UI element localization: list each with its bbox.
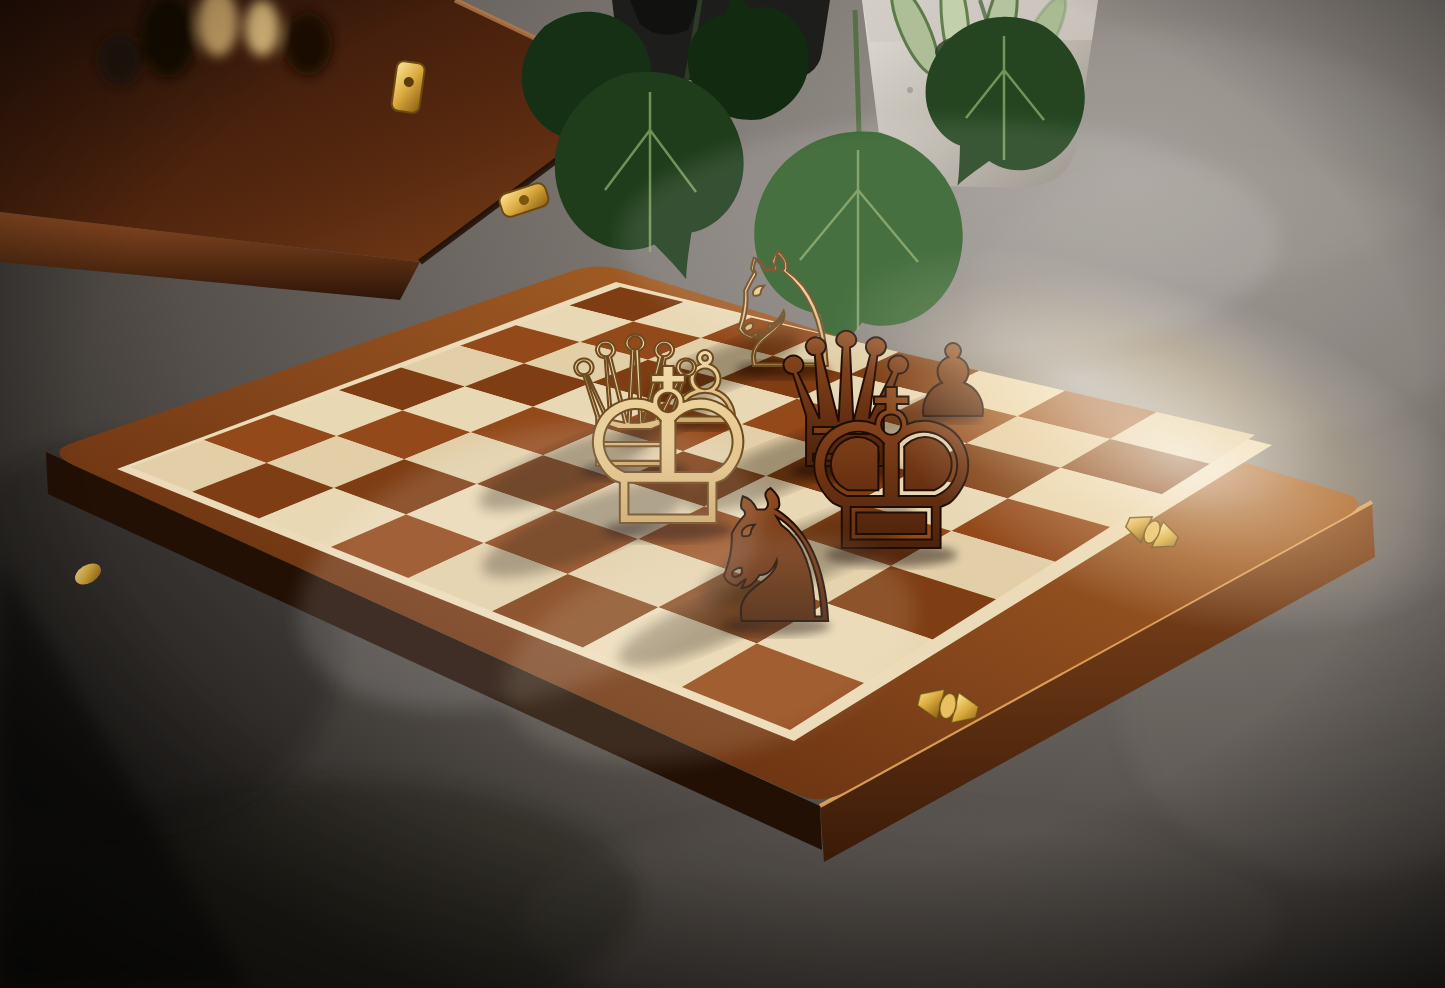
vignette (0, 0, 1445, 988)
photo-scene: ♘♟♙♕♛♔♚♞ (0, 0, 1445, 988)
